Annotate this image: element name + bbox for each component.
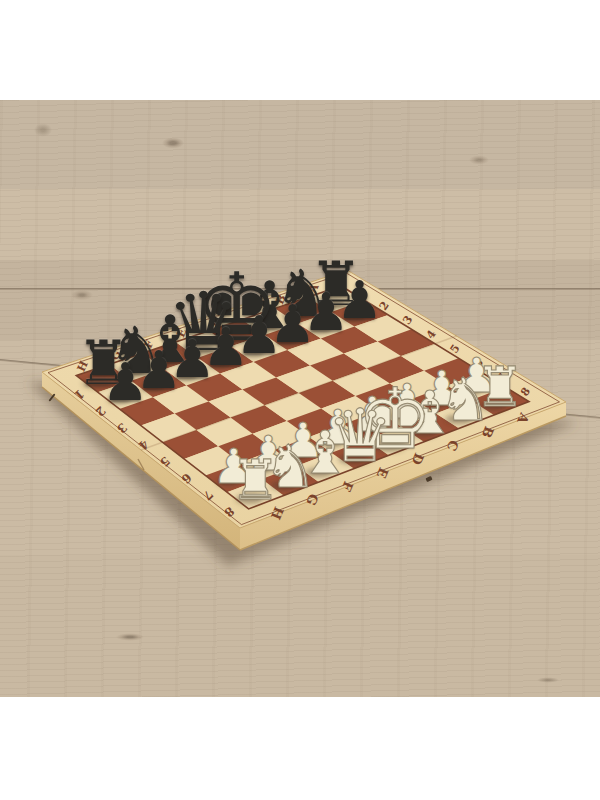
piece-shadow (315, 298, 346, 310)
piece-shadow (305, 467, 332, 477)
chess-board: HH11GG22FF33EE44DD55CC66BB77AA88 (0, 0, 600, 800)
piece-shadow (241, 349, 265, 358)
piece-shadow (282, 309, 313, 321)
piece-shadow (355, 426, 377, 434)
piece-shadow (308, 326, 332, 335)
piece-shadow (212, 331, 249, 345)
piece-shadow (116, 366, 147, 378)
piece-shadow (271, 480, 298, 490)
piece-shadow (410, 427, 437, 437)
piece-shadow (141, 384, 165, 393)
piece-shadow (372, 439, 405, 452)
piece-shadow (82, 377, 113, 389)
piece-shadow (480, 401, 507, 411)
piece-shadow (338, 453, 369, 465)
piece-shadow (286, 452, 308, 460)
piece-shadow (249, 321, 280, 333)
piece-shadow (390, 413, 412, 421)
product-photo: HH11GG22FF33EE44DD55CC66BB77AA88 ♜♞♝♛♚♝♞… (0, 0, 600, 800)
piece-shadow (425, 400, 447, 408)
piece-shadow (445, 414, 472, 424)
piece-shadow (208, 360, 232, 369)
piece-shadow (275, 337, 299, 346)
piece-shadow (321, 439, 343, 447)
piece-shadow (149, 355, 180, 367)
piece-shadow (217, 478, 239, 486)
piece-shadow (236, 494, 263, 504)
piece-shadow (180, 343, 215, 356)
piece-shadow (342, 314, 366, 323)
piece-shadow (174, 372, 198, 381)
piece-shadow (108, 395, 132, 404)
piece-shadow (251, 465, 273, 473)
piece-shadow (459, 387, 481, 395)
